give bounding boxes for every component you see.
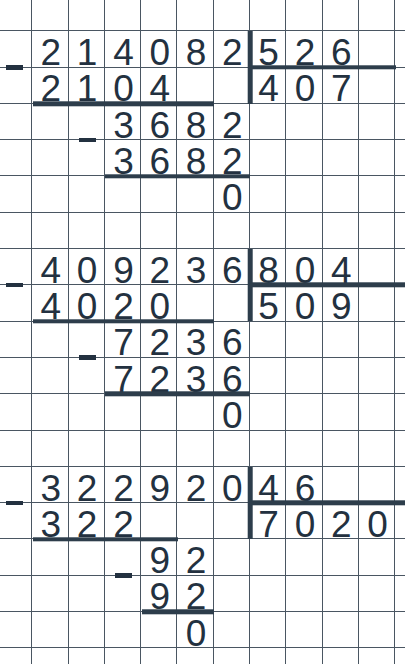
digit-cell: 0 xyxy=(287,503,323,539)
digit-cell: 6 xyxy=(287,467,323,503)
subtraction-rule-2a xyxy=(33,319,214,324)
digit-cell: 6 xyxy=(214,358,250,394)
digit-cell: 5 xyxy=(250,31,286,67)
digit-cell: 8 xyxy=(178,104,214,140)
digit-cell: 0 xyxy=(105,67,141,103)
digit-cell: 0 xyxy=(142,285,178,321)
digit-cell: 2 xyxy=(33,67,69,103)
digit-cell: 3 xyxy=(105,104,141,140)
digit-cell: 7 xyxy=(105,358,141,394)
subtraction-rule-1a xyxy=(33,101,214,106)
digit-cell: 2 xyxy=(178,539,214,575)
digit-cell: 3 xyxy=(33,503,69,539)
digit-cell: 0 xyxy=(287,67,323,103)
digit-cell: 6 xyxy=(214,321,250,357)
digit-cell: 9 xyxy=(142,575,178,611)
digit-cell: 0 xyxy=(287,249,323,285)
digit-cell: 4 xyxy=(33,285,69,321)
digit-cell: 0 xyxy=(359,503,395,539)
digit-cell: 2 xyxy=(214,140,250,176)
subtraction-rule-3a xyxy=(33,537,178,542)
digit-cell: 7 xyxy=(105,321,141,357)
digit-cell: 2 xyxy=(105,285,141,321)
digit-cell: 8 xyxy=(250,249,286,285)
digit-cell: 5 xyxy=(250,285,286,321)
digit-cell: 2 xyxy=(69,503,105,539)
digit-cell: 0 xyxy=(69,249,105,285)
digit-cell: 2 xyxy=(142,249,178,285)
digit-cell: 8 xyxy=(178,31,214,67)
minus-dash xyxy=(79,138,96,143)
digit-cell: 2 xyxy=(178,575,214,611)
digit-cell: 3 xyxy=(178,358,214,394)
subtraction-rule-3b xyxy=(142,609,215,614)
digit-cell: 4 xyxy=(323,249,359,285)
minus-sign xyxy=(69,104,105,177)
digit-cell: 4 xyxy=(142,67,178,103)
minus-dash xyxy=(6,65,23,70)
digit-cell: 3 xyxy=(33,467,69,503)
digit-cell: 0 xyxy=(69,285,105,321)
digit-cell: 2 xyxy=(33,31,69,67)
subtraction-rule-1b xyxy=(105,174,250,179)
digit-cell: 0 xyxy=(214,394,250,430)
minus-dash xyxy=(6,283,23,288)
long-division-grid: 2140825262104407368236820409236804402050… xyxy=(0,0,405,664)
digit-cell: 2 xyxy=(323,503,359,539)
digit-cell: 2 xyxy=(214,104,250,140)
quotient-rule-2 xyxy=(250,283,405,288)
digit-cell: 6 xyxy=(323,31,359,67)
minus-sign xyxy=(105,539,141,612)
digit-cell: 1 xyxy=(69,67,105,103)
digit-cell: 6 xyxy=(142,104,178,140)
subtraction-rule-2b xyxy=(105,392,250,397)
digit-cell: 3 xyxy=(178,321,214,357)
minus-dash xyxy=(79,355,96,360)
digit-cell: 6 xyxy=(142,140,178,176)
digit-cell: 0 xyxy=(214,176,250,212)
digit-cell: 2 xyxy=(214,31,250,67)
quotient-rule-3 xyxy=(250,501,405,506)
digit-cell: 9 xyxy=(105,249,141,285)
digit-cell: 0 xyxy=(178,612,214,648)
digit-cell: 4 xyxy=(250,67,286,103)
digit-cell: 4 xyxy=(250,467,286,503)
digit-cell: 0 xyxy=(287,285,323,321)
digit-cell: 7 xyxy=(323,67,359,103)
digit-cell: 9 xyxy=(323,285,359,321)
digit-cell: 2 xyxy=(105,503,141,539)
minus-dash xyxy=(115,573,132,578)
digit-cell: 0 xyxy=(214,467,250,503)
digit-cell: 4 xyxy=(105,31,141,67)
minus-sign xyxy=(69,321,105,394)
digit-cell: 2 xyxy=(287,31,323,67)
digit-cell: 2 xyxy=(142,358,178,394)
digit-cell: 8 xyxy=(178,140,214,176)
minus-sign xyxy=(0,249,33,322)
minus-dash xyxy=(6,501,23,506)
digit-cell: 1 xyxy=(69,31,105,67)
digit-cell: 2 xyxy=(178,467,214,503)
digit-cell: 7 xyxy=(250,503,286,539)
minus-sign xyxy=(0,467,33,540)
digit-cell: 2 xyxy=(105,467,141,503)
minus-sign xyxy=(0,31,33,104)
digit-cell: 3 xyxy=(105,140,141,176)
digit-cell: 9 xyxy=(142,467,178,503)
digit-cell: 4 xyxy=(33,249,69,285)
digit-cell: 2 xyxy=(142,321,178,357)
quotient-rule-1 xyxy=(250,65,395,70)
digit-cell: 0 xyxy=(142,31,178,67)
digit-cell: 3 xyxy=(178,249,214,285)
digit-cell: 6 xyxy=(214,249,250,285)
digit-cell: 2 xyxy=(69,467,105,503)
squared-paper-sheet: 2140825262104407368236820409236804402050… xyxy=(0,0,405,664)
digit-cell: 9 xyxy=(142,539,178,575)
